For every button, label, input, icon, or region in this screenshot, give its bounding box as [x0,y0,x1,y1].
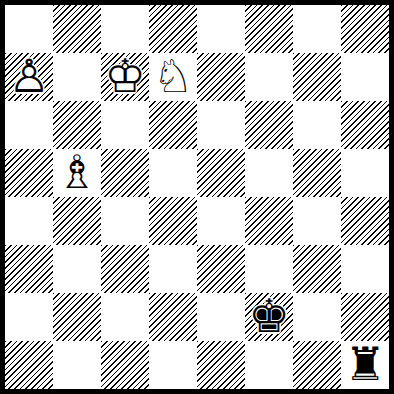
square-c6[interactable] [101,101,149,149]
square-f2[interactable]: ♚♚ [245,293,293,341]
square-a8[interactable] [5,5,53,53]
square-h5[interactable] [341,149,389,197]
square-a6[interactable] [5,101,53,149]
square-g2[interactable] [293,293,341,341]
square-h7[interactable] [341,53,389,101]
square-b5[interactable]: ♝♗ [53,149,101,197]
square-h4[interactable] [341,197,389,245]
square-d2[interactable] [149,293,197,341]
square-e8[interactable] [197,5,245,53]
square-b7[interactable] [53,53,101,101]
square-d3[interactable] [149,245,197,293]
piece-white-bishop-b5[interactable]: ♝♗ [53,149,101,197]
white-pawn-icon: ♙ [5,53,53,101]
square-c7[interactable]: ♚♔ [101,53,149,101]
black-rook-icon: ♜ [341,341,389,389]
square-a3[interactable] [5,245,53,293]
square-g4[interactable] [293,197,341,245]
square-f8[interactable] [245,5,293,53]
square-d5[interactable] [149,149,197,197]
square-f1[interactable] [245,341,293,389]
square-b1[interactable] [53,341,101,389]
square-c4[interactable] [101,197,149,245]
square-f6[interactable] [245,101,293,149]
square-e2[interactable] [197,293,245,341]
square-e4[interactable] [197,197,245,245]
piece-white-king-c7[interactable]: ♚♔ [101,53,149,101]
square-a2[interactable] [5,293,53,341]
square-a7[interactable]: ♟♙ [5,53,53,101]
square-h1[interactable]: ♜♜ [341,341,389,389]
square-b3[interactable] [53,245,101,293]
square-g3[interactable] [293,245,341,293]
chess-board: ♟♙♚♔♞♘♝♗♚♚♜♜ [5,5,389,389]
piece-black-rook-h1[interactable]: ♜♜ [341,341,389,389]
square-g6[interactable] [293,101,341,149]
square-c3[interactable] [101,245,149,293]
square-g1[interactable] [293,341,341,389]
white-knight-icon: ♘ [149,53,197,101]
piece-white-pawn-a7[interactable]: ♟♙ [5,53,53,101]
square-b6[interactable] [53,101,101,149]
piece-black-king-f2[interactable]: ♚♚ [245,293,293,341]
square-a1[interactable] [5,341,53,389]
square-d7[interactable]: ♞♘ [149,53,197,101]
square-g8[interactable] [293,5,341,53]
square-c2[interactable] [101,293,149,341]
square-c8[interactable] [101,5,149,53]
square-a5[interactable] [5,149,53,197]
square-c5[interactable] [101,149,149,197]
square-e3[interactable] [197,245,245,293]
square-d6[interactable] [149,101,197,149]
square-g5[interactable] [293,149,341,197]
square-e7[interactable] [197,53,245,101]
white-bishop-icon: ♗ [53,149,101,197]
square-d4[interactable] [149,197,197,245]
square-f4[interactable] [245,197,293,245]
square-g7[interactable] [293,53,341,101]
square-b4[interactable] [53,197,101,245]
square-c1[interactable] [101,341,149,389]
square-f7[interactable] [245,53,293,101]
square-f5[interactable] [245,149,293,197]
square-h2[interactable] [341,293,389,341]
square-d1[interactable] [149,341,197,389]
white-king-icon: ♔ [101,53,149,101]
chess-board-frame: ♟♙♚♔♞♘♝♗♚♚♜♜ [0,0,394,394]
square-d8[interactable] [149,5,197,53]
piece-white-knight-d7[interactable]: ♞♘ [149,53,197,101]
square-e6[interactable] [197,101,245,149]
square-h6[interactable] [341,101,389,149]
square-b2[interactable] [53,293,101,341]
square-e5[interactable] [197,149,245,197]
square-h8[interactable] [341,5,389,53]
square-h3[interactable] [341,245,389,293]
square-b8[interactable] [53,5,101,53]
black-king-icon: ♚ [245,293,293,341]
square-f3[interactable] [245,245,293,293]
square-e1[interactable] [197,341,245,389]
square-a4[interactable] [5,197,53,245]
